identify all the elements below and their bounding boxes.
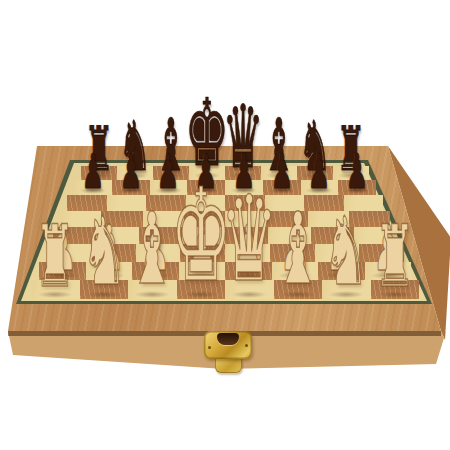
square-d1: ♚ <box>177 280 226 299</box>
square-g1: ♞ <box>322 280 371 299</box>
chess-set-photo: ♜♞♝♚♛♝♞♜♟♟♟♟♟♟♟♟♟♟♟♟♟♟♟♟♜♞♝♚♛♝♞♜ <box>0 0 450 450</box>
board-rank-1: ♜♞♝♚♛♝♞♜ <box>31 280 419 299</box>
piece-dark-pawn: ♟ <box>81 147 104 195</box>
piece-light-bishop: ♝ <box>274 200 321 299</box>
chess-board: ♜♞♝♚♛♝♞♜♟♟♟♟♟♟♟♟♟♟♟♟♟♟♟♟♜♞♝♚♛♝♞♜ <box>0 166 450 299</box>
clasp-screw <box>245 344 248 347</box>
clasp-screw <box>208 346 211 349</box>
square-a1: ♜ <box>31 280 80 299</box>
clasp-slot <box>217 333 239 345</box>
brass-clasp-icon <box>204 331 252 359</box>
piece-dark-pawn: ♟ <box>346 147 369 195</box>
piece-dark-pawn: ♟ <box>119 147 142 195</box>
piece-light-queen: ♛ <box>221 181 278 300</box>
piece-light-bishop: ♝ <box>129 200 176 299</box>
piece-light-knight: ♞ <box>324 205 369 300</box>
square-b1: ♞ <box>80 280 129 299</box>
piece-light-rook: ♜ <box>374 214 415 300</box>
square-h1: ♜ <box>371 280 420 299</box>
clasp-hook-tab <box>215 357 242 373</box>
piece-light-knight: ♞ <box>81 205 126 300</box>
piece-light-rook: ♜ <box>35 214 76 300</box>
piece-dark-pawn: ♟ <box>308 147 331 195</box>
square-e1: ♛ <box>225 280 274 299</box>
square-f1: ♝ <box>274 280 323 299</box>
